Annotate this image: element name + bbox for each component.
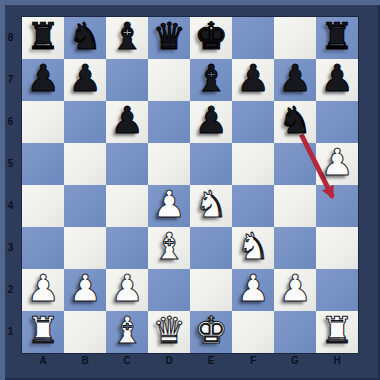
square-h8[interactable]: ♜ — [316, 17, 358, 59]
square-h7[interactable]: ♟ — [316, 59, 358, 101]
black-pawn[interactable]: ♟ — [64, 58, 106, 100]
rank-label: 8 — [0, 17, 21, 59]
black-knight[interactable]: ♞ — [274, 100, 316, 142]
square-e8[interactable]: ♚ — [190, 17, 232, 59]
white-pawn[interactable]: ♟ — [22, 268, 64, 310]
square-g3[interactable] — [274, 227, 316, 269]
square-g8[interactable] — [274, 17, 316, 59]
square-g6[interactable]: ♞ — [274, 101, 316, 143]
square-h6[interactable] — [316, 101, 358, 143]
black-king[interactable]: ♚ — [190, 16, 232, 58]
square-d4[interactable]: ♟ — [148, 185, 190, 227]
white-rook[interactable]: ♜ — [316, 310, 358, 352]
square-g5[interactable] — [274, 143, 316, 185]
square-h3[interactable] — [316, 227, 358, 269]
square-a7[interactable]: ♟ — [22, 59, 64, 101]
square-d1[interactable]: ♛ — [148, 311, 190, 353]
rank-label: 1 — [0, 311, 21, 353]
white-queen[interactable]: ♛ — [148, 310, 190, 352]
square-g4[interactable] — [274, 185, 316, 227]
square-d7[interactable] — [148, 59, 190, 101]
black-bishop[interactable]: ♝ — [190, 58, 232, 100]
rank-label: 6 — [0, 101, 21, 143]
black-pawn[interactable]: ♟ — [232, 58, 274, 100]
square-h4[interactable] — [316, 185, 358, 227]
square-b1[interactable] — [64, 311, 106, 353]
square-b8[interactable]: ♞ — [64, 17, 106, 59]
square-c2[interactable]: ♟ — [106, 269, 148, 311]
square-f2[interactable]: ♟ — [232, 269, 274, 311]
file-label: D — [148, 352, 190, 370]
square-h1[interactable]: ♜ — [316, 311, 358, 353]
chess-diagram: 8 7 6 5 4 3 2 1 ♜♞♝♛♚♜♟♟♝♟♟♟♟♟♞♟♟♞♝♞♟♟♟♟… — [0, 0, 380, 380]
square-f4[interactable] — [232, 185, 274, 227]
square-b5[interactable] — [64, 143, 106, 185]
white-pawn[interactable]: ♟ — [274, 268, 316, 310]
file-label: B — [64, 352, 106, 370]
square-f7[interactable]: ♟ — [232, 59, 274, 101]
square-d2[interactable] — [148, 269, 190, 311]
square-e4[interactable]: ♞ — [190, 185, 232, 227]
white-knight[interactable]: ♞ — [232, 226, 274, 268]
black-pawn[interactable]: ♟ — [106, 100, 148, 142]
square-d6[interactable] — [148, 101, 190, 143]
white-bishop[interactable]: ♝ — [106, 310, 148, 352]
rank-label: 7 — [0, 59, 21, 101]
rank-label: 4 — [0, 185, 21, 227]
file-label: F — [232, 352, 274, 370]
white-bishop[interactable]: ♝ — [148, 226, 190, 268]
file-labels: A B C D E F G H — [22, 352, 358, 370]
square-c7[interactable] — [106, 59, 148, 101]
chess-board: ♜♞♝♛♚♜♟♟♝♟♟♟♟♟♞♟♟♞♝♞♟♟♟♟♟♜♝♛♚♜ — [21, 16, 359, 354]
square-a4[interactable] — [22, 185, 64, 227]
square-d3[interactable]: ♝ — [148, 227, 190, 269]
black-bishop[interactable]: ♝ — [106, 16, 148, 58]
file-label: A — [22, 352, 64, 370]
square-g1[interactable] — [274, 311, 316, 353]
black-knight[interactable]: ♞ — [64, 16, 106, 58]
square-c8[interactable]: ♝ — [106, 17, 148, 59]
white-rook[interactable]: ♜ — [22, 310, 64, 352]
square-b2[interactable]: ♟ — [64, 269, 106, 311]
black-pawn[interactable]: ♟ — [22, 58, 64, 100]
square-c5[interactable] — [106, 143, 148, 185]
square-f1[interactable] — [232, 311, 274, 353]
square-e2[interactable] — [190, 269, 232, 311]
black-pawn[interactable]: ♟ — [190, 100, 232, 142]
square-b3[interactable] — [64, 227, 106, 269]
square-b4[interactable] — [64, 185, 106, 227]
white-pawn[interactable]: ♟ — [148, 184, 190, 226]
file-label: H — [316, 352, 358, 370]
square-c4[interactable] — [106, 185, 148, 227]
file-label: G — [274, 352, 316, 370]
square-a6[interactable] — [22, 101, 64, 143]
square-a1[interactable]: ♜ — [22, 311, 64, 353]
square-e6[interactable]: ♟ — [190, 101, 232, 143]
square-f8[interactable] — [232, 17, 274, 59]
square-a3[interactable] — [22, 227, 64, 269]
square-e5[interactable] — [190, 143, 232, 185]
black-queen[interactable]: ♛ — [148, 16, 190, 58]
square-e1[interactable]: ♚ — [190, 311, 232, 353]
rank-label: 2 — [0, 269, 21, 311]
rank-labels: 8 7 6 5 4 3 2 1 — [0, 17, 21, 353]
square-d8[interactable]: ♛ — [148, 17, 190, 59]
square-h2[interactable] — [316, 269, 358, 311]
file-label: E — [190, 352, 232, 370]
square-e3[interactable] — [190, 227, 232, 269]
square-f5[interactable] — [232, 143, 274, 185]
square-c1[interactable]: ♝ — [106, 311, 148, 353]
black-rook[interactable]: ♜ — [316, 16, 358, 58]
square-e7[interactable]: ♝ — [190, 59, 232, 101]
square-d5[interactable] — [148, 143, 190, 185]
square-a8[interactable]: ♜ — [22, 17, 64, 59]
white-pawn[interactable]: ♟ — [316, 142, 358, 184]
square-f3[interactable]: ♞ — [232, 227, 274, 269]
black-pawn[interactable]: ♟ — [316, 58, 358, 100]
square-f6[interactable] — [232, 101, 274, 143]
white-king[interactable]: ♚ — [190, 310, 232, 352]
rank-label: 5 — [0, 143, 21, 185]
black-pawn[interactable]: ♟ — [274, 58, 316, 100]
white-pawn[interactable]: ♟ — [64, 268, 106, 310]
rank-label: 3 — [0, 227, 21, 269]
file-label: C — [106, 352, 148, 370]
square-a2[interactable]: ♟ — [22, 269, 64, 311]
square-b6[interactable] — [64, 101, 106, 143]
white-pawn[interactable]: ♟ — [106, 268, 148, 310]
white-pawn[interactable]: ♟ — [232, 268, 274, 310]
square-c6[interactable]: ♟ — [106, 101, 148, 143]
black-rook[interactable]: ♜ — [22, 16, 64, 58]
square-b7[interactable]: ♟ — [64, 59, 106, 101]
white-knight[interactable]: ♞ — [190, 184, 232, 226]
square-g2[interactable]: ♟ — [274, 269, 316, 311]
square-h5[interactable]: ♟ — [316, 143, 358, 185]
square-c3[interactable] — [106, 227, 148, 269]
square-g7[interactable]: ♟ — [274, 59, 316, 101]
square-a5[interactable] — [22, 143, 64, 185]
